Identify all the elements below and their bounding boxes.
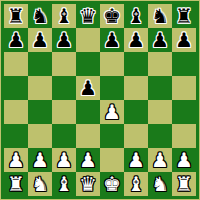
- square-f3[interactable]: [124, 124, 148, 148]
- black-rook[interactable]: ♜: [7, 4, 25, 28]
- square-d8[interactable]: ♛: [76, 4, 100, 28]
- black-pawn[interactable]: ♟: [79, 76, 97, 100]
- square-b2[interactable]: ♟: [28, 148, 52, 172]
- square-g5[interactable]: [148, 76, 172, 100]
- square-d1[interactable]: ♛: [76, 172, 100, 196]
- square-e3[interactable]: [100, 124, 124, 148]
- black-pawn[interactable]: ♟: [55, 28, 73, 52]
- square-g3[interactable]: [148, 124, 172, 148]
- square-c8[interactable]: ♝: [52, 4, 76, 28]
- square-f2[interactable]: ♟: [124, 148, 148, 172]
- square-f8[interactable]: ♝: [124, 4, 148, 28]
- chess-board: ♜♞♝♛♚♝♞♜♟♟♟♟♟♟♟♟♟♟♟♟♟♟♟♟♜♞♝♛♚♝♞♜: [0, 0, 200, 200]
- square-f5[interactable]: [124, 76, 148, 100]
- square-c3[interactable]: [52, 124, 76, 148]
- black-king[interactable]: ♚: [103, 4, 121, 28]
- square-e1[interactable]: ♚: [100, 172, 124, 196]
- square-a3[interactable]: [4, 124, 28, 148]
- square-b5[interactable]: [28, 76, 52, 100]
- square-d4[interactable]: [76, 100, 100, 124]
- square-g4[interactable]: [148, 100, 172, 124]
- white-queen[interactable]: ♛: [79, 172, 97, 196]
- square-h2[interactable]: ♟: [172, 148, 196, 172]
- square-b3[interactable]: [28, 124, 52, 148]
- square-f6[interactable]: [124, 52, 148, 76]
- black-pawn[interactable]: ♟: [31, 28, 49, 52]
- white-rook[interactable]: ♜: [175, 172, 193, 196]
- square-d2[interactable]: ♟: [76, 148, 100, 172]
- white-pawn[interactable]: ♟: [103, 100, 121, 124]
- white-king[interactable]: ♚: [103, 172, 121, 196]
- square-d3[interactable]: [76, 124, 100, 148]
- white-pawn[interactable]: ♟: [127, 148, 145, 172]
- black-pawn[interactable]: ♟: [7, 28, 25, 52]
- black-queen[interactable]: ♛: [79, 4, 97, 28]
- square-a1[interactable]: ♜: [4, 172, 28, 196]
- white-pawn[interactable]: ♟: [55, 148, 73, 172]
- square-c2[interactable]: ♟: [52, 148, 76, 172]
- white-pawn[interactable]: ♟: [151, 148, 169, 172]
- square-g2[interactable]: ♟: [148, 148, 172, 172]
- square-a5[interactable]: [4, 76, 28, 100]
- square-g6[interactable]: [148, 52, 172, 76]
- square-g8[interactable]: ♞: [148, 4, 172, 28]
- square-b4[interactable]: [28, 100, 52, 124]
- white-bishop[interactable]: ♝: [127, 172, 145, 196]
- square-f1[interactable]: ♝: [124, 172, 148, 196]
- white-rook[interactable]: ♜: [7, 172, 25, 196]
- square-a2[interactable]: ♟: [4, 148, 28, 172]
- black-pawn[interactable]: ♟: [103, 28, 121, 52]
- square-a4[interactable]: [4, 100, 28, 124]
- square-g1[interactable]: ♞: [148, 172, 172, 196]
- square-e8[interactable]: ♚: [100, 4, 124, 28]
- square-a6[interactable]: [4, 52, 28, 76]
- square-e5[interactable]: [100, 76, 124, 100]
- square-f4[interactable]: [124, 100, 148, 124]
- white-knight[interactable]: ♞: [151, 172, 169, 196]
- black-pawn[interactable]: ♟: [151, 28, 169, 52]
- square-h8[interactable]: ♜: [172, 4, 196, 28]
- square-h5[interactable]: [172, 76, 196, 100]
- square-e7[interactable]: ♟: [100, 28, 124, 52]
- square-c6[interactable]: [52, 52, 76, 76]
- square-f7[interactable]: ♟: [124, 28, 148, 52]
- square-h4[interactable]: [172, 100, 196, 124]
- square-h6[interactable]: [172, 52, 196, 76]
- white-pawn[interactable]: ♟: [79, 148, 97, 172]
- square-c5[interactable]: [52, 76, 76, 100]
- black-bishop[interactable]: ♝: [127, 4, 145, 28]
- black-knight[interactable]: ♞: [151, 4, 169, 28]
- square-d5[interactable]: ♟: [76, 76, 100, 100]
- black-bishop[interactable]: ♝: [55, 4, 73, 28]
- white-bishop[interactable]: ♝: [55, 172, 73, 196]
- square-b6[interactable]: [28, 52, 52, 76]
- white-pawn[interactable]: ♟: [175, 148, 193, 172]
- square-b7[interactable]: ♟: [28, 28, 52, 52]
- square-a7[interactable]: ♟: [4, 28, 28, 52]
- square-c7[interactable]: ♟: [52, 28, 76, 52]
- square-h1[interactable]: ♜: [172, 172, 196, 196]
- black-pawn[interactable]: ♟: [127, 28, 145, 52]
- square-a8[interactable]: ♜: [4, 4, 28, 28]
- square-h7[interactable]: ♟: [172, 28, 196, 52]
- board-grid: ♜♞♝♛♚♝♞♜♟♟♟♟♟♟♟♟♟♟♟♟♟♟♟♟♜♞♝♛♚♝♞♜: [4, 4, 196, 196]
- square-b8[interactable]: ♞: [28, 4, 52, 28]
- square-h3[interactable]: [172, 124, 196, 148]
- board-frame: ♜♞♝♛♚♝♞♜♟♟♟♟♟♟♟♟♟♟♟♟♟♟♟♟♜♞♝♛♚♝♞♜: [1, 1, 199, 199]
- black-rook[interactable]: ♜: [175, 4, 193, 28]
- white-pawn[interactable]: ♟: [31, 148, 49, 172]
- square-g7[interactable]: ♟: [148, 28, 172, 52]
- square-c1[interactable]: ♝: [52, 172, 76, 196]
- white-pawn[interactable]: ♟: [7, 148, 25, 172]
- white-knight[interactable]: ♞: [31, 172, 49, 196]
- square-e6[interactable]: [100, 52, 124, 76]
- black-knight[interactable]: ♞: [31, 4, 49, 28]
- square-d7[interactable]: [76, 28, 100, 52]
- square-e4[interactable]: ♟: [100, 100, 124, 124]
- square-d6[interactable]: [76, 52, 100, 76]
- square-b1[interactable]: ♞: [28, 172, 52, 196]
- black-pawn[interactable]: ♟: [175, 28, 193, 52]
- square-c4[interactable]: [52, 100, 76, 124]
- square-e2[interactable]: [100, 148, 124, 172]
